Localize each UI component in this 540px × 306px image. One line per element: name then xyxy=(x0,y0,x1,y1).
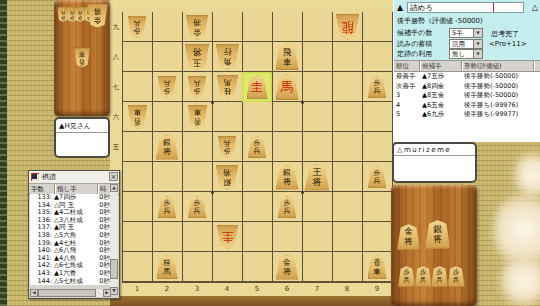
file-label: 9 xyxy=(362,284,392,295)
hand-piece[interactable]: 歩兵 xyxy=(431,266,448,287)
hoshi-dot xyxy=(211,101,214,104)
cand-col-move[interactable]: 候補手 xyxy=(420,61,462,71)
kifu-move-list[interactable]: 133:▲7四歩0秒134:△同 玉0秒135:▲4二桂成0秒136:△3八桂成… xyxy=(30,194,111,285)
board-piece[interactable]: 金将 xyxy=(186,15,208,40)
board-piece[interactable]: 圭 xyxy=(217,225,238,249)
board-frame-edge xyxy=(110,296,394,306)
hoshi-dot xyxy=(211,191,214,194)
candidate-cell: 後手勝勢(-50000) xyxy=(462,72,538,82)
hand-piece[interactable]: 金将 xyxy=(87,4,108,28)
scroll-left-icon[interactable]: ◀ xyxy=(30,289,38,297)
hand-piece[interactable]: 香車 xyxy=(74,47,90,67)
file-label: 8 xyxy=(332,284,362,295)
kifu-cell: △5七桂成 xyxy=(54,278,96,285)
kifu-move-row[interactable]: 144:△5七桂成0秒 xyxy=(30,278,111,285)
cand-col-eval[interactable]: 形勢(評価値) xyxy=(462,61,534,71)
kifu-col-moveno[interactable]: 手数 xyxy=(29,184,55,194)
cand-col-rank[interactable]: 順位 xyxy=(394,61,420,71)
engine-name: <Pro+11> xyxy=(489,40,527,48)
board-piece[interactable]: 香車 xyxy=(188,105,207,129)
chevron-down-icon[interactable]: ▼ xyxy=(473,29,482,37)
hand-piece[interactable]: 銀将 xyxy=(425,220,450,249)
board-piece[interactable]: 歩兵 xyxy=(188,76,206,98)
board-piece[interactable]: 王将 xyxy=(305,164,329,191)
board-piece[interactable]: 歩兵 xyxy=(158,76,176,98)
setting-dropdown[interactable]: 無し▼ xyxy=(449,49,483,59)
candidate-cell: 3 xyxy=(394,91,420,101)
scroll-down-icon[interactable]: ▼ xyxy=(110,287,118,295)
setting-label: 定跡の利用 xyxy=(397,50,432,58)
engine-status: 思考完了 xyxy=(491,29,519,39)
board-piece[interactable]: 銀将 xyxy=(276,165,298,190)
candidate-cell: ▲6五金 xyxy=(420,101,462,111)
rank-label: 六 xyxy=(110,102,122,132)
gote-mark: △ xyxy=(532,3,538,12)
kifu-window-title: 棋譜 xyxy=(42,172,56,182)
hand-piece[interactable]: 金将 xyxy=(397,224,420,250)
sente-komadai[interactable]: 歩兵歩兵歩兵歩兵金将香車 xyxy=(54,0,110,116)
board-piece[interactable]: 歩兵 xyxy=(248,136,266,158)
board-piece[interactable]: 歩兵 xyxy=(278,196,296,218)
candidate-cell: 5 xyxy=(394,110,420,120)
app-screen: 香車桂馬金将圭歩兵歩兵歩兵歩兵王将銀将銀将歩兵歩兵銀将香車香車歩兵馬圭桂馬歩兵歩… xyxy=(0,0,540,306)
candidate-cell: 後手勝勢(-50000) xyxy=(462,91,538,101)
kifu-titlebar[interactable]: 棋譜 × xyxy=(29,171,119,184)
file-label: 6 xyxy=(272,284,302,295)
file-label: 7 xyxy=(302,284,332,295)
shogi-board-grid[interactable]: 香車桂馬金将圭歩兵歩兵歩兵歩兵王将銀将銀将歩兵歩兵銀将香車香車歩兵馬圭桂馬歩兵歩… xyxy=(122,12,393,283)
board-piece[interactable]: 玉将 xyxy=(185,44,209,71)
candidate-cell: ▲7五歩 xyxy=(420,72,462,82)
evaluation-text: 後手勝勢（評価値 -50000) xyxy=(397,16,483,26)
comment-text: 詰めろ xyxy=(410,3,433,12)
kifu-hscroll-thumb[interactable] xyxy=(38,289,96,297)
setting-dropdown[interactable]: 活用▼ xyxy=(449,39,483,49)
candidate-cell: 最善手 xyxy=(394,72,420,82)
rank-label: 五 xyxy=(110,132,122,162)
rank-label: 九 xyxy=(110,12,122,42)
setting-row: 候補手の数5手▼ xyxy=(397,28,432,39)
candidate-cell: ▲8四金 xyxy=(420,82,462,92)
board-piece[interactable]: 銀将 xyxy=(156,135,178,160)
kifu-vscroll-thumb[interactable] xyxy=(110,259,118,279)
scroll-right-icon[interactable]: ▶ xyxy=(103,289,111,297)
board-piece[interactable]: 歩兵 xyxy=(368,76,386,98)
board-piece[interactable]: 桂馬 xyxy=(217,75,238,99)
board-piece[interactable]: 香車 xyxy=(128,105,147,129)
candidate-row[interactable]: 4▲6五金後手勝ち(-99976) xyxy=(394,101,540,111)
setting-row: 定跡の利用無し▼ xyxy=(397,49,432,60)
board-piece[interactable]: 歩兵 xyxy=(218,136,236,158)
shogi-board-panel: 香車桂馬金将圭歩兵歩兵歩兵歩兵王将銀将銀将歩兵歩兵銀将香車香車歩兵馬圭桂馬歩兵歩… xyxy=(110,0,394,306)
candidate-row[interactable]: 次善手▲8四金後手勝勢(-50000) xyxy=(394,82,540,92)
candidate-rows[interactable]: 最善手▲7五歩後手勝勢(-50000)次善手▲8四金後手勝勢(-50000)3▲… xyxy=(394,72,540,120)
rank-label: 七 xyxy=(110,72,122,102)
setting-row: 読みの蓄積活用▼ xyxy=(397,39,432,50)
board-piece[interactable]: 銀将 xyxy=(216,165,238,190)
kifu-col-move[interactable]: 指し手 xyxy=(55,184,98,194)
rank-label: 八 xyxy=(110,42,122,72)
kifu-window-icon xyxy=(31,173,39,181)
hand-piece[interactable]: 歩兵 xyxy=(398,266,415,287)
candidate-cell: 後手勝ち(-99976) xyxy=(462,101,538,111)
comment-input[interactable]: 詰めろ xyxy=(407,2,524,13)
file-label: 5 xyxy=(242,284,272,295)
text-caret xyxy=(493,3,494,12)
file-label: 4 xyxy=(212,284,242,295)
board-piece[interactable]: 角行 xyxy=(216,44,239,70)
chevron-down-icon[interactable]: ▼ xyxy=(473,50,482,58)
board-piece[interactable]: 馬 xyxy=(276,74,299,100)
hand-piece[interactable]: 歩兵 xyxy=(448,266,465,287)
background-photo-blob xyxy=(500,255,540,306)
sente-mark: ▲ xyxy=(397,3,403,12)
candidate-row[interactable]: 3▲8五金後手勝勢(-50000) xyxy=(394,91,540,101)
kifu-cell: 144: xyxy=(30,278,54,285)
file-label: 1 xyxy=(122,284,152,295)
kifu-cell: 0秒 xyxy=(96,278,111,285)
candidate-cell: 後手勝勢(-50000) xyxy=(462,82,538,92)
kifu-window: 棋譜 × 手数 指し手 時間 133:▲7四歩0秒134:△同 玉0秒135:▲… xyxy=(28,170,120,299)
board-piece[interactable]: 歩兵 xyxy=(158,196,176,218)
chevron-down-icon[interactable]: ▼ xyxy=(473,40,482,48)
file-label: 2 xyxy=(152,284,182,295)
candidate-table: 順位 候補手 形勢(評価値) 最善手▲7五歩後手勝勢(-50000)次善手▲8四… xyxy=(394,60,540,142)
board-piece[interactable]: 桂馬 xyxy=(157,255,178,279)
candidate-cell: ▲8五金 xyxy=(420,91,462,101)
file-label: 3 xyxy=(182,284,212,295)
gote-nameplate: △murizeme xyxy=(392,142,477,183)
hand-piece[interactable]: 歩兵 xyxy=(415,266,432,287)
candidate-cell: 4 xyxy=(394,101,420,111)
board-piece[interactable]: 歩兵 xyxy=(188,196,206,218)
candidate-row[interactable]: 最善手▲7五歩後手勝勢(-50000) xyxy=(394,72,540,82)
candidate-table-header: 順位 候補手 形勢(評価値) xyxy=(394,60,540,72)
board-piece[interactable]: 龍 xyxy=(336,14,359,40)
board-piece[interactable]: 金将 xyxy=(276,255,298,280)
candidate-row[interactable]: 5▲6九歩後手勝ち(-99977) xyxy=(394,110,540,120)
gote-player-name: △murizeme xyxy=(394,144,475,156)
candidate-cell: ▲6九歩 xyxy=(420,110,462,120)
board-piece[interactable]: 歩兵 xyxy=(128,16,146,38)
hoshi-dot xyxy=(301,191,304,194)
setting-dropdown[interactable]: 5手▼ xyxy=(449,28,483,38)
setting-label: 候補手の数 xyxy=(397,29,432,37)
candidate-cell: 次善手 xyxy=(394,82,420,92)
setting-label: 読みの蓄積 xyxy=(397,40,432,48)
board-piece[interactable]: 歩兵 xyxy=(368,166,386,188)
gote-komadai[interactable]: 金将銀将歩兵歩兵歩兵歩兵 xyxy=(391,185,477,306)
sente-player-name: ▲H見さん xyxy=(56,119,108,133)
scroll-up-icon[interactable]: ▲ xyxy=(110,184,118,192)
hoshi-dot xyxy=(301,101,304,104)
candidate-cell: 後手勝ち(-99977) xyxy=(462,110,538,120)
board-piece[interactable]: 香車 xyxy=(368,255,387,279)
board-piece[interactable]: 飛車 xyxy=(276,44,299,70)
tatami-edge-strip xyxy=(0,0,7,306)
close-icon[interactable]: × xyxy=(109,172,118,181)
analysis-panel: ▲ 詰めろ △ 後手勝勢（評価値 -50000) 思考完了 <Pro+11> 順… xyxy=(393,0,540,142)
sente-nameplate: ▲H見さん xyxy=(54,117,110,158)
